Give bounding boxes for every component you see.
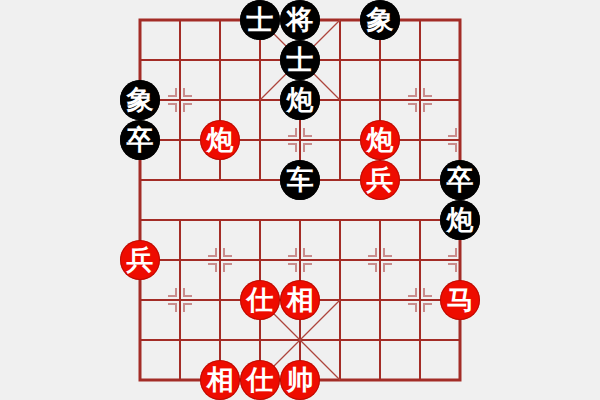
piece-red-elephant[interactable]: 相 [200, 360, 240, 400]
piece-black-soldier[interactable]: 卒 [120, 120, 160, 160]
piece-black-elephant[interactable]: 象 [120, 80, 160, 120]
piece-black-general[interactable]: 将 [280, 0, 320, 40]
piece-black-advisor[interactable]: 士 [280, 40, 320, 80]
piece-red-elephant[interactable]: 相 [280, 280, 320, 320]
piece-red-horse[interactable]: 马 [440, 280, 480, 320]
piece-red-advisor[interactable]: 仕 [240, 360, 280, 400]
piece-red-cannon[interactable]: 炮 [200, 120, 240, 160]
piece-black-advisor[interactable]: 士 [240, 0, 280, 40]
piece-black-soldier[interactable]: 卒 [440, 160, 480, 200]
xiangqi-board: 士将象士象炮卒炮炮车兵卒炮兵仕相马相仕帅 [0, 0, 600, 400]
piece-red-cannon[interactable]: 炮 [360, 120, 400, 160]
piece-black-chariot[interactable]: 车 [280, 160, 320, 200]
pieces-layer: 士将象士象炮卒炮炮车兵卒炮兵仕相马相仕帅 [120, 0, 480, 400]
piece-red-advisor[interactable]: 仕 [240, 280, 280, 320]
piece-black-cannon[interactable]: 炮 [280, 80, 320, 120]
piece-red-general[interactable]: 帅 [280, 360, 320, 400]
piece-black-cannon[interactable]: 炮 [440, 200, 480, 240]
piece-red-soldier[interactable]: 兵 [120, 240, 160, 280]
piece-red-soldier[interactable]: 兵 [360, 160, 400, 200]
piece-black-elephant[interactable]: 象 [360, 0, 400, 40]
